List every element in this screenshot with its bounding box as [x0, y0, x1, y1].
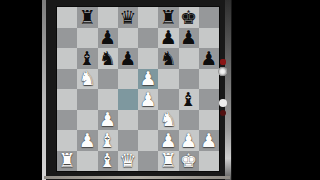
piece-white-king-g1: ♚ [180, 151, 197, 170]
piece-black-king-g8: ♚ [180, 7, 197, 26]
piece-black-pawn-g7: ♟ [180, 28, 197, 47]
square-g5[interactable] [179, 69, 199, 90]
square-c1[interactable]: ♝ [98, 151, 118, 172]
square-e5[interactable]: ♟ [138, 69, 158, 90]
square-e1[interactable] [138, 151, 158, 172]
piece-black-bishop-g4: ♝ [180, 89, 197, 108]
square-c3[interactable]: ♟ [98, 110, 118, 131]
square-d3[interactable] [118, 110, 138, 131]
piece-white-pawn-h2: ♟ [200, 130, 217, 149]
square-c7[interactable]: ♟ [98, 28, 118, 49]
square-b7[interactable] [77, 28, 97, 49]
frame-left-edge [42, 0, 46, 180]
square-c8[interactable] [98, 7, 118, 28]
square-g3[interactable] [179, 110, 199, 131]
square-c5[interactable] [98, 69, 118, 90]
chess-board: ♜♛♜♚♟♟♟♝♞♟♞♟♞♟♟♝♟♞♟♝♟♟♟♜♝♛♜♚ [57, 7, 219, 171]
piece-white-pawn-g2: ♟ [180, 130, 197, 149]
square-b1[interactable] [77, 151, 97, 172]
square-h3[interactable] [199, 110, 219, 131]
square-f3[interactable]: ♞ [158, 110, 178, 131]
piece-white-knight-b5: ♞ [79, 69, 96, 88]
square-c6[interactable]: ♞ [98, 48, 118, 69]
square-f7[interactable]: ♟ [158, 28, 178, 49]
piece-white-pawn-e5: ♟ [140, 69, 157, 88]
piece-black-pawn-d6: ♟ [119, 48, 136, 67]
square-f8[interactable]: ♜ [158, 7, 178, 28]
piece-black-rook-b8: ♜ [79, 7, 96, 26]
square-g1[interactable]: ♚ [179, 151, 199, 172]
square-h6[interactable]: ♟ [199, 48, 219, 69]
piece-white-bishop-c2: ♝ [99, 130, 116, 149]
square-f4[interactable] [158, 89, 178, 110]
piece-white-bishop-c1: ♝ [99, 151, 116, 170]
square-h7[interactable] [199, 28, 219, 49]
square-a4[interactable] [57, 89, 77, 110]
square-f1[interactable]: ♜ [158, 151, 178, 172]
piece-white-pawn-e4: ♟ [140, 89, 157, 108]
square-d8[interactable]: ♛ [118, 7, 138, 28]
square-h4[interactable] [199, 89, 219, 110]
square-a2[interactable] [57, 130, 77, 151]
square-e8[interactable] [138, 7, 158, 28]
piece-black-pawn-f7: ♟ [160, 28, 177, 47]
square-e7[interactable] [138, 28, 158, 49]
square-g8[interactable]: ♚ [179, 7, 199, 28]
piece-black-knight-f6: ♞ [160, 48, 177, 67]
piece-black-pawn-c7: ♟ [99, 28, 116, 47]
square-h2[interactable]: ♟ [199, 130, 219, 151]
square-h8[interactable] [199, 7, 219, 28]
square-b6[interactable]: ♝ [77, 48, 97, 69]
piece-black-bishop-b6: ♝ [79, 48, 96, 67]
square-a1[interactable]: ♜ [57, 151, 77, 172]
square-c2[interactable]: ♝ [98, 130, 118, 151]
square-e6[interactable] [138, 48, 158, 69]
square-e4[interactable]: ♟ [138, 89, 158, 110]
piece-white-rook-a1: ♜ [59, 151, 76, 170]
square-d4[interactable] [118, 89, 138, 110]
square-h1[interactable] [199, 151, 219, 172]
square-a6[interactable] [57, 48, 77, 69]
piece-black-queen-d8: ♛ [119, 7, 136, 26]
piece-black-knight-c6: ♞ [99, 48, 116, 67]
piece-white-knight-f3: ♞ [160, 110, 177, 129]
piece-white-rook-f1: ♜ [160, 151, 177, 170]
piece-white-pawn-b2: ♟ [79, 130, 96, 149]
square-f5[interactable] [158, 69, 178, 90]
square-a7[interactable] [57, 28, 77, 49]
white-ring-indicator-dot [218, 67, 227, 76]
square-d2[interactable] [118, 130, 138, 151]
red-indicator-dot-top [220, 59, 226, 65]
square-f2[interactable]: ♟ [158, 130, 178, 151]
square-g7[interactable]: ♟ [179, 28, 199, 49]
square-a5[interactable] [57, 69, 77, 90]
square-b8[interactable]: ♜ [77, 7, 97, 28]
square-a8[interactable] [57, 7, 77, 28]
white-indicator-dot [219, 99, 227, 107]
square-d5[interactable] [118, 69, 138, 90]
square-g2[interactable]: ♟ [179, 130, 199, 151]
red-indicator-dot-bottom [220, 110, 226, 116]
square-b5[interactable]: ♞ [77, 69, 97, 90]
square-h5[interactable] [199, 69, 219, 90]
square-a3[interactable] [57, 110, 77, 131]
square-f6[interactable]: ♞ [158, 48, 178, 69]
square-d6[interactable]: ♟ [118, 48, 138, 69]
square-c4[interactable] [98, 89, 118, 110]
piece-white-queen-d1: ♛ [119, 151, 136, 170]
square-b3[interactable] [77, 110, 97, 131]
frame-bottom-edge [44, 176, 230, 179]
square-g4[interactable]: ♝ [179, 89, 199, 110]
piece-white-pawn-c3: ♟ [99, 110, 116, 129]
square-b2[interactable]: ♟ [77, 130, 97, 151]
piece-black-pawn-h6: ♟ [200, 48, 217, 67]
piece-black-rook-f8: ♜ [160, 7, 177, 26]
square-d1[interactable]: ♛ [118, 151, 138, 172]
square-e3[interactable] [138, 110, 158, 131]
square-e2[interactable] [138, 130, 158, 151]
square-b4[interactable] [77, 89, 97, 110]
piece-white-pawn-f2: ♟ [160, 130, 177, 149]
frame-right-edge [225, 0, 231, 180]
square-d7[interactable] [118, 28, 138, 49]
square-g6[interactable] [179, 48, 199, 69]
